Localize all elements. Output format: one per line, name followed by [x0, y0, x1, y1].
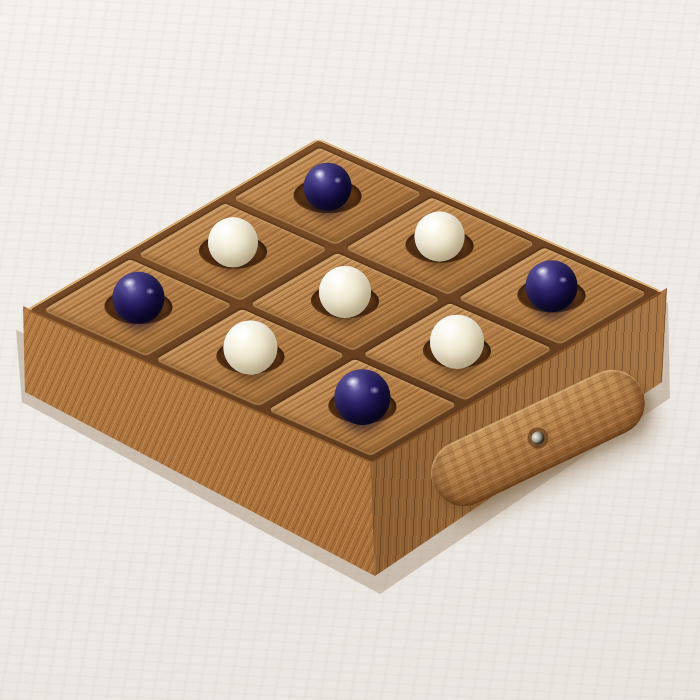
marble-white[interactable] [319, 266, 371, 318]
marble-white[interactable] [208, 217, 258, 267]
marble-white[interactable] [430, 315, 484, 369]
marble-white[interactable] [415, 211, 465, 261]
marble-dark[interactable] [304, 163, 352, 211]
photo-background [0, 0, 700, 700]
marble-white[interactable] [223, 321, 277, 375]
marble-dark[interactable] [112, 272, 164, 324]
screw-pin-icon [529, 429, 546, 446]
marble-dark[interactable] [334, 369, 390, 425]
